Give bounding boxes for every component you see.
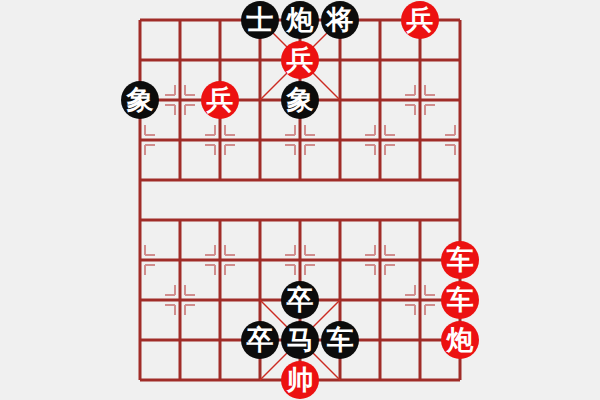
piece-glyph: 象 [127,87,154,114]
piece-glyph: 帅 [287,367,314,394]
piece-glyph: 兵 [287,47,314,74]
piece-red-general[interactable]: 帅 [281,361,319,399]
piece-glyph: 车 [447,287,474,314]
piece-glyph: 将 [327,7,354,34]
piece-red-soldier[interactable]: 兵 [201,81,239,119]
piece-glyph: 卒 [247,327,274,354]
piece-black-soldier[interactable]: 卒 [281,281,319,319]
piece-glyph: 兵 [407,7,434,34]
piece-red-chariot[interactable]: 车 [441,241,479,279]
piece-black-soldier[interactable]: 卒 [241,321,279,359]
piece-black-chariot[interactable]: 车 [321,321,359,359]
piece-glyph: 车 [327,327,354,354]
piece-black-advisor[interactable]: 士 [241,1,279,39]
piece-red-cannon[interactable]: 炮 [441,321,479,359]
piece-glyph: 车 [447,247,474,274]
piece-black-elephant[interactable]: 象 [281,81,319,119]
piece-red-soldier[interactable]: 兵 [281,41,319,79]
piece-black-elephant[interactable]: 象 [121,81,159,119]
piece-glyph: 象 [287,87,314,114]
piece-black-horse[interactable]: 马 [281,321,319,359]
piece-black-general[interactable]: 将 [321,1,359,39]
piece-black-cannon[interactable]: 炮 [281,1,319,39]
xiangqi-board[interactable]: 士炮将兵兵象兵象车卒车卒马车炮帅 [120,0,480,400]
piece-glyph: 兵 [207,87,234,114]
piece-glyph: 士 [247,7,274,34]
screenshot-root: 士炮将兵兵象兵象车卒车卒马车炮帅 [0,0,600,400]
piece-glyph: 炮 [447,327,474,354]
piece-glyph: 卒 [287,287,314,314]
piece-red-soldier[interactable]: 兵 [401,1,439,39]
piece-glyph: 马 [287,327,314,354]
piece-glyph: 炮 [287,7,314,34]
piece-red-chariot[interactable]: 车 [441,281,479,319]
